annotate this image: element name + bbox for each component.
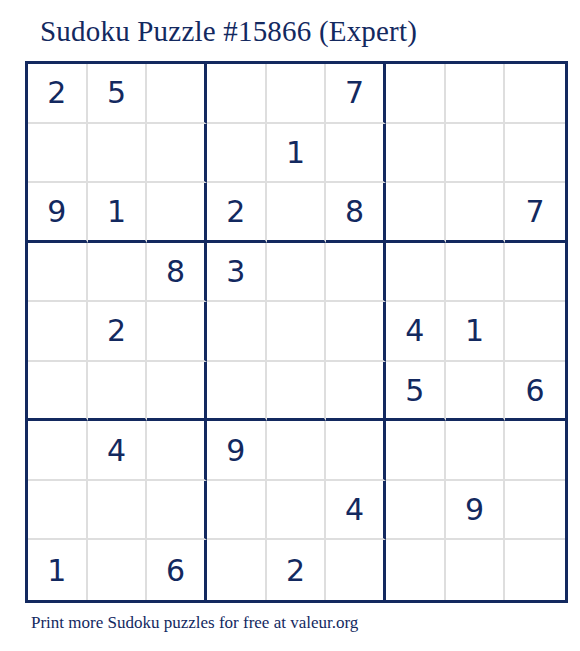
cell-r5c3[interactable]	[147, 302, 207, 362]
cell-r9c4[interactable]	[207, 540, 267, 600]
cell-r7c9[interactable]	[505, 421, 565, 481]
cell-r9c2[interactable]	[88, 540, 148, 600]
cell-r9c7[interactable]	[386, 540, 446, 600]
cell-r4c4[interactable]: 3	[207, 243, 267, 303]
cell-r1c5[interactable]	[267, 64, 327, 124]
cell-r5c8[interactable]: 1	[446, 302, 506, 362]
cell-r8c6[interactable]: 4	[326, 481, 386, 541]
cell-r5c1[interactable]	[28, 302, 88, 362]
cell-r9c3[interactable]: 6	[147, 540, 207, 600]
cell-r6c8[interactable]	[446, 362, 506, 422]
cell-r1c7[interactable]	[386, 64, 446, 124]
cell-r3c4[interactable]: 2	[207, 183, 267, 243]
cell-r9c9[interactable]	[505, 540, 565, 600]
cell-r4c5[interactable]	[267, 243, 327, 303]
cell-r1c3[interactable]	[147, 64, 207, 124]
cell-r6c5[interactable]	[267, 362, 327, 422]
cell-r6c7[interactable]: 5	[386, 362, 446, 422]
cell-r9c8[interactable]	[446, 540, 506, 600]
cell-r7c4[interactable]: 9	[207, 421, 267, 481]
cell-r3c6[interactable]: 8	[326, 183, 386, 243]
cell-r5c4[interactable]	[207, 302, 267, 362]
cell-r8c3[interactable]	[147, 481, 207, 541]
cell-r5c9[interactable]	[505, 302, 565, 362]
cell-r8c8[interactable]: 9	[446, 481, 506, 541]
cell-r2c5[interactable]: 1	[267, 124, 327, 184]
cell-r7c2[interactable]: 4	[88, 421, 148, 481]
cell-r6c2[interactable]	[88, 362, 148, 422]
cell-r3c3[interactable]	[147, 183, 207, 243]
cell-r1c2[interactable]: 5	[88, 64, 148, 124]
cell-r3c1[interactable]: 9	[28, 183, 88, 243]
cell-r2c1[interactable]	[28, 124, 88, 184]
cell-r7c8[interactable]	[446, 421, 506, 481]
cell-r4c9[interactable]	[505, 243, 565, 303]
page-title: Sudoku Puzzle #15866 (Expert)	[40, 15, 417, 48]
cell-r4c7[interactable]	[386, 243, 446, 303]
cell-r3c5[interactable]	[267, 183, 327, 243]
cell-r2c4[interactable]	[207, 124, 267, 184]
cell-r8c2[interactable]	[88, 481, 148, 541]
cell-r1c4[interactable]	[207, 64, 267, 124]
cell-r9c1[interactable]: 1	[28, 540, 88, 600]
cell-r8c4[interactable]	[207, 481, 267, 541]
cell-r4c6[interactable]	[326, 243, 386, 303]
cell-r1c1[interactable]: 2	[28, 64, 88, 124]
footer-link[interactable]: Print more Sudoku puzzles for free at va…	[31, 613, 358, 633]
cell-r8c7[interactable]	[386, 481, 446, 541]
cell-r5c7[interactable]: 4	[386, 302, 446, 362]
cell-r7c7[interactable]	[386, 421, 446, 481]
cell-r7c5[interactable]	[267, 421, 327, 481]
cell-r6c3[interactable]	[147, 362, 207, 422]
cell-r7c6[interactable]	[326, 421, 386, 481]
cell-r5c2[interactable]: 2	[88, 302, 148, 362]
cell-r8c5[interactable]	[267, 481, 327, 541]
cell-r8c1[interactable]	[28, 481, 88, 541]
cell-r9c5[interactable]: 2	[267, 540, 327, 600]
cell-r2c3[interactable]	[147, 124, 207, 184]
cell-r6c9[interactable]: 6	[505, 362, 565, 422]
cell-r7c3[interactable]	[147, 421, 207, 481]
cell-r4c8[interactable]	[446, 243, 506, 303]
cell-r1c9[interactable]	[505, 64, 565, 124]
cell-r4c2[interactable]	[88, 243, 148, 303]
cell-r2c8[interactable]	[446, 124, 506, 184]
cell-r3c8[interactable]	[446, 183, 506, 243]
cell-r5c5[interactable]	[267, 302, 327, 362]
cell-r3c9[interactable]: 7	[505, 183, 565, 243]
sudoku-board: 25719128783241564949162	[25, 61, 568, 603]
cell-r1c8[interactable]	[446, 64, 506, 124]
cell-r4c1[interactable]	[28, 243, 88, 303]
cell-r2c2[interactable]	[88, 124, 148, 184]
cell-r6c4[interactable]	[207, 362, 267, 422]
cell-r5c6[interactable]	[326, 302, 386, 362]
cell-r2c7[interactable]	[386, 124, 446, 184]
cell-r2c9[interactable]	[505, 124, 565, 184]
cell-r3c7[interactable]	[386, 183, 446, 243]
cell-r4c3[interactable]: 8	[147, 243, 207, 303]
cell-r8c9[interactable]	[505, 481, 565, 541]
cell-r7c1[interactable]	[28, 421, 88, 481]
cell-r6c6[interactable]	[326, 362, 386, 422]
cell-r9c6[interactable]	[326, 540, 386, 600]
cell-r2c6[interactable]	[326, 124, 386, 184]
cell-r3c2[interactable]: 1	[88, 183, 148, 243]
cell-r1c6[interactable]: 7	[326, 64, 386, 124]
cell-r6c1[interactable]	[28, 362, 88, 422]
